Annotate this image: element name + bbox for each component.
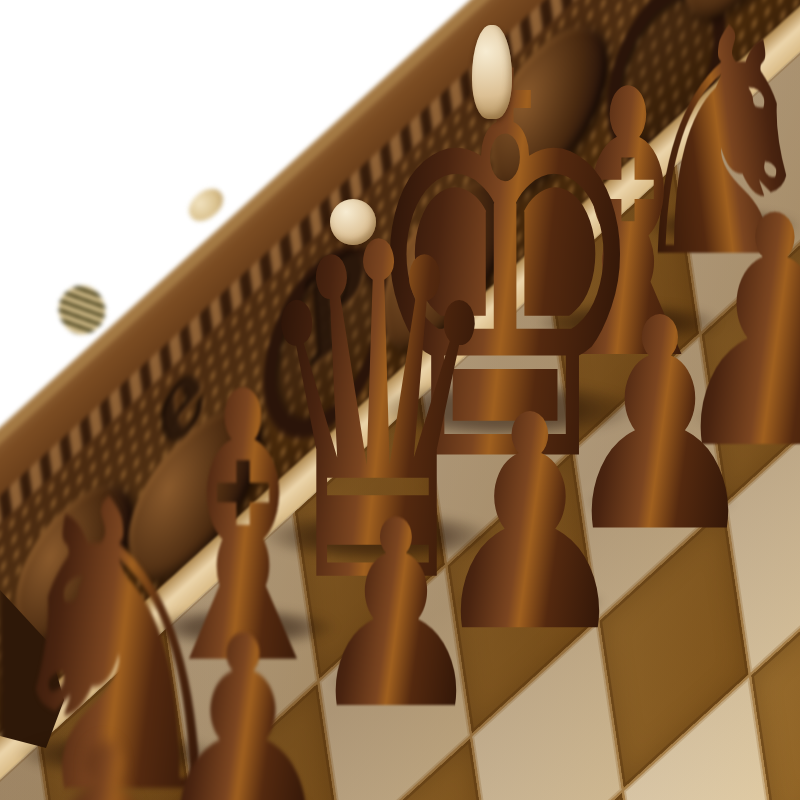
queen-cream-ball xyxy=(330,199,376,245)
pieces-layer: ♞♝♚♟♟♛♟♝♟♞♟♟ xyxy=(0,0,800,800)
chess-set-photo: eP ♞♝♚♟♟♛♟♝♟♞♟♟ xyxy=(0,0,800,800)
piece-black-pawn-b7: ♟ xyxy=(0,707,209,800)
king-cream-finial xyxy=(472,25,512,119)
pawn-glyph: ♟ xyxy=(0,707,209,800)
